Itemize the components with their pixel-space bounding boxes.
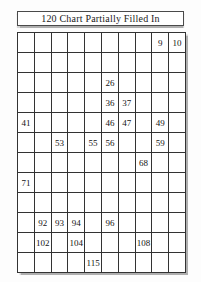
grid-cell-given: 94	[68, 213, 85, 233]
grid-cell-empty[interactable]	[52, 113, 69, 133]
grid-cell-empty[interactable]	[102, 153, 119, 173]
grid-cell-empty[interactable]	[136, 193, 153, 213]
grid-cell-empty[interactable]	[152, 153, 169, 173]
grid-cell-empty[interactable]	[136, 213, 153, 233]
grid-cell-empty[interactable]	[35, 33, 52, 53]
grid-cell-given: 108	[136, 233, 153, 253]
grid-cell-empty[interactable]	[35, 73, 52, 93]
grid-cell-empty[interactable]	[169, 153, 186, 173]
grid-cell-empty[interactable]	[35, 173, 52, 193]
grid-cell-given: 115	[85, 253, 102, 273]
grid-cell-empty[interactable]	[136, 173, 153, 193]
grid-cell-empty[interactable]	[68, 33, 85, 53]
grid-cell-given: 102	[35, 233, 52, 253]
grid-cell-empty[interactable]	[169, 233, 186, 253]
grid-cell-empty[interactable]	[85, 233, 102, 253]
grid-cell-empty[interactable]	[68, 253, 85, 273]
grid-cell-empty[interactable]	[18, 133, 35, 153]
grid-cell-empty[interactable]	[68, 193, 85, 213]
grid-cell-empty[interactable]	[152, 213, 169, 233]
grid-cell-given: 96	[102, 213, 119, 233]
grid-cell-empty[interactable]	[169, 53, 186, 73]
grid-cell-given: 41	[18, 113, 35, 133]
grid-cell-given: 47	[119, 113, 136, 133]
grid-cell-empty[interactable]	[136, 253, 153, 273]
grid-cell-empty[interactable]	[102, 33, 119, 53]
grid-cell-empty[interactable]	[35, 253, 52, 273]
grid-cell-empty[interactable]	[52, 233, 69, 253]
grid-cell-empty[interactable]	[35, 133, 52, 153]
grid-cell-empty[interactable]	[35, 113, 52, 133]
grid-cell-empty[interactable]	[85, 113, 102, 133]
grid-cell-given: 26	[102, 73, 119, 93]
grid-cell-empty[interactable]	[136, 73, 153, 93]
grid-cell-empty[interactable]	[119, 133, 136, 153]
grid-cell-empty[interactable]	[169, 113, 186, 133]
grid-cell-empty[interactable]	[169, 193, 186, 213]
grid-cell-given: 92	[35, 213, 52, 233]
grid-cell-empty[interactable]	[119, 73, 136, 93]
grid-cell-empty[interactable]	[119, 173, 136, 193]
grid-cell-empty[interactable]	[102, 253, 119, 273]
grid-cell-empty[interactable]	[102, 173, 119, 193]
grid-cell-empty[interactable]	[18, 73, 35, 93]
grid-cell-empty[interactable]	[85, 193, 102, 213]
grid-cell-given: 53	[52, 133, 69, 153]
grid-cell-empty[interactable]	[35, 53, 52, 73]
grid-cell-empty[interactable]	[152, 193, 169, 213]
grid-cell-empty[interactable]	[119, 233, 136, 253]
grid-cell-empty[interactable]	[18, 193, 35, 213]
grid-cell-empty[interactable]	[85, 33, 102, 53]
grid-cell-empty[interactable]	[152, 93, 169, 113]
grid-cell-given: 36	[102, 93, 119, 113]
grid-cell-empty[interactable]	[18, 33, 35, 53]
grid-cell-given: 68	[136, 153, 153, 173]
grid-cell-given: 46	[102, 113, 119, 133]
grid-cell-empty[interactable]	[169, 173, 186, 193]
grid-cell-empty[interactable]	[52, 53, 69, 73]
grid-cell-empty[interactable]	[102, 193, 119, 213]
grid-cell-empty[interactable]	[152, 173, 169, 193]
grid-cell-empty[interactable]	[18, 213, 35, 233]
grid-cell-given: 55	[85, 133, 102, 153]
grid-cell-empty[interactable]	[119, 33, 136, 53]
grid-cell-empty[interactable]	[136, 53, 153, 73]
title-box: 120 Chart Partially Filled In	[17, 11, 184, 26]
grid-cell-given: 10	[169, 33, 186, 53]
grid-cell-empty[interactable]	[152, 233, 169, 253]
grid-cell-given: 56	[102, 133, 119, 153]
grid-cell-empty[interactable]	[169, 73, 186, 93]
page-title: 120 Chart Partially Filled In	[41, 13, 160, 24]
grid-cell-empty[interactable]	[136, 133, 153, 153]
grid-cell-empty[interactable]	[119, 153, 136, 173]
grid-cell-empty[interactable]	[18, 53, 35, 73]
chart-grid: 9102636374146474953555659687192939496102…	[17, 32, 186, 273]
grid-cell-empty[interactable]	[52, 73, 69, 93]
grid-cell-given: 59	[152, 133, 169, 153]
grid-cell-empty[interactable]	[102, 53, 119, 73]
grid-cell-empty[interactable]	[85, 153, 102, 173]
grid-cell-empty[interactable]	[18, 93, 35, 113]
grid-cell-given: 37	[119, 93, 136, 113]
grid-cell-empty[interactable]	[52, 33, 69, 53]
grid-cell-empty[interactable]	[52, 173, 69, 193]
grid-cell-empty[interactable]	[68, 73, 85, 93]
grid-cell-empty[interactable]	[68, 173, 85, 193]
grid-cell-empty[interactable]	[35, 93, 52, 113]
grid-cell-given: 49	[152, 113, 169, 133]
grid-cell-empty[interactable]	[68, 113, 85, 133]
grid-cell-empty[interactable]	[35, 153, 52, 173]
grid-cell-empty[interactable]	[119, 213, 136, 233]
grid-cell-empty[interactable]	[18, 253, 35, 273]
grid-cell-empty[interactable]	[68, 93, 85, 113]
grid-cell-empty[interactable]	[136, 33, 153, 53]
grid-cell-empty[interactable]	[68, 153, 85, 173]
grid-cell-empty[interactable]	[35, 193, 52, 213]
worksheet-page: 120 Chart Partially Filled In 9102636374…	[0, 0, 201, 282]
grid-cell-empty[interactable]	[68, 53, 85, 73]
grid-cell-empty[interactable]	[136, 113, 153, 133]
grid-cell-empty[interactable]	[169, 213, 186, 233]
grid-cell-empty[interactable]	[85, 73, 102, 93]
grid-cell-empty[interactable]	[85, 213, 102, 233]
grid-cell-empty[interactable]	[52, 93, 69, 113]
grid-cell-empty[interactable]	[18, 233, 35, 253]
grid-cell-empty[interactable]	[152, 53, 169, 73]
grid-cell-empty[interactable]	[136, 93, 153, 113]
grid-cell-given: 71	[18, 173, 35, 193]
grid-cell-empty[interactable]	[52, 253, 69, 273]
grid-cell-empty[interactable]	[102, 233, 119, 253]
grid-cell-given: 93	[52, 213, 69, 233]
grid-cell-given: 104	[68, 233, 85, 253]
grid-cell-empty[interactable]	[85, 173, 102, 193]
grid-cell-empty[interactable]	[169, 93, 186, 113]
grid-cell-empty[interactable]	[52, 193, 69, 213]
grid-cell-empty[interactable]	[85, 53, 102, 73]
grid-cell-empty[interactable]	[68, 133, 85, 153]
grid-cell-empty[interactable]	[18, 153, 35, 173]
grid-cell-empty[interactable]	[169, 253, 186, 273]
grid-cell-empty[interactable]	[119, 53, 136, 73]
grid-cell-empty[interactable]	[119, 253, 136, 273]
grid-cell-empty[interactable]	[152, 253, 169, 273]
grid-cell-empty[interactable]	[52, 153, 69, 173]
grid-cell-given: 9	[152, 33, 169, 53]
grid-cell-empty[interactable]	[169, 133, 186, 153]
grid-cell-empty[interactable]	[152, 73, 169, 93]
grid-cell-empty[interactable]	[119, 193, 136, 213]
grid-cell-empty[interactable]	[85, 93, 102, 113]
